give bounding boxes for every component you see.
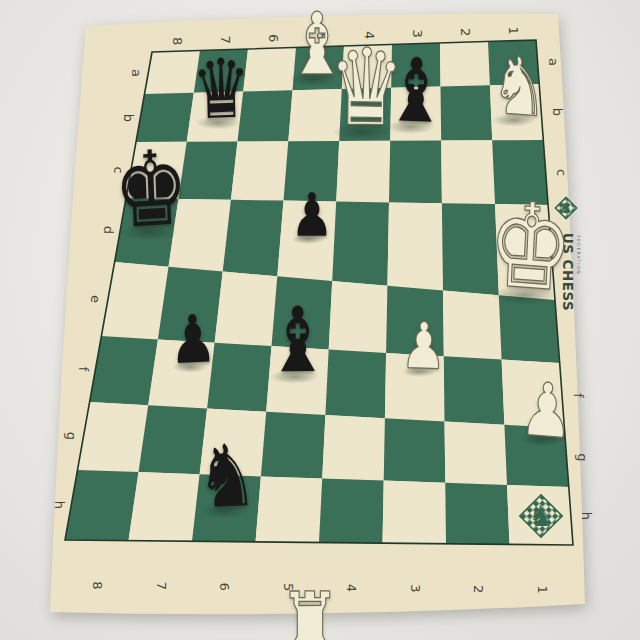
piece-white-knight-b1: ♞ [489, 45, 550, 129]
square-h2 [445, 483, 509, 545]
piece-black-bishop-b3: ♝ [383, 46, 448, 136]
square-g4 [322, 415, 385, 481]
label-file-right-c: c [554, 169, 569, 176]
piece-black-bishop-f5: ♝ [265, 295, 330, 386]
piece-white-king-d1: ♚ [485, 184, 575, 308]
svg-text:♞: ♞ [528, 500, 554, 533]
square-b2 [441, 85, 493, 140]
us-chess-logo-subtext: FEDERATION [576, 235, 581, 274]
square-h5 [256, 476, 323, 542]
label-rank-bottom-4: 4 [344, 584, 359, 592]
piece-black-pawn-d5: ♟ [290, 185, 333, 245]
square-c2 [441, 140, 495, 204]
label-rank-top-6: 6 [266, 34, 281, 42]
piece-black-pawn-f7: ♟ [169, 306, 218, 374]
label-rank-bottom-6: 6 [217, 582, 232, 590]
square-e4 [329, 281, 388, 353]
piece-white-pawn-f3: ♟ [400, 313, 447, 379]
label-rank-top-1: 1 [506, 27, 521, 35]
square-h7 [129, 472, 200, 541]
label-rank-top-3: 3 [410, 30, 425, 38]
label-file-right-b: b [550, 108, 565, 116]
square-c4 [336, 141, 390, 203]
square-d6 [223, 200, 284, 276]
piece-white-pawn-g1: ♟ [518, 371, 575, 449]
label-rank-bottom-3: 3 [408, 584, 423, 592]
square-h4 [319, 479, 384, 544]
label-rank-top-2: 2 [458, 28, 473, 36]
square-f2 [444, 356, 505, 425]
label-rank-bottom-7: 7 [154, 582, 169, 590]
square-d4 [332, 202, 389, 286]
piece-black-knight-h6: ♞ [195, 432, 258, 520]
label-file-left-g: g [64, 432, 79, 440]
square-c6 [231, 141, 288, 200]
square-f4 [325, 350, 386, 419]
label-file-left-h: h [52, 501, 67, 509]
label-file-left-a: a [129, 69, 144, 77]
label-file-left-d: d [101, 226, 116, 234]
label-rank-bottom-1: 1 [535, 586, 550, 594]
label-rank-bottom-8: 8 [90, 581, 105, 589]
label-file-left-b: b [121, 114, 136, 122]
label-file-left-e: e [88, 295, 103, 303]
square-g5 [261, 412, 326, 479]
label-file-right-g: g [575, 453, 590, 461]
photo-of-chess-board: 8765432187654321abcdefghabcfgh♞US CHESSF… [0, 0, 640, 640]
label-file-right-h: h [579, 512, 594, 520]
piece-black-queen-b7: ♛ [191, 48, 252, 132]
label-rank-top-8: 8 [170, 37, 185, 45]
label-file-left-f: f [76, 367, 91, 372]
label-rank-bottom-2: 2 [471, 585, 486, 593]
square-h3 [383, 481, 447, 544]
piece-black-king-d8: ♚ [112, 135, 191, 243]
square-d3 [387, 202, 443, 290]
piece-white-rook-offboard: ♜ [278, 581, 341, 640]
square-g2 [445, 422, 508, 485]
square-g3 [384, 418, 446, 483]
